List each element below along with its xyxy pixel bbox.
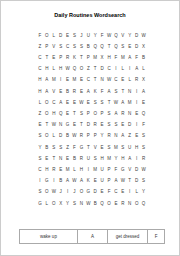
grid-cell: C xyxy=(85,74,92,85)
answer-word-wake-up: wake up xyxy=(20,230,77,243)
grid-cell: I xyxy=(133,119,140,130)
grid-cell: A xyxy=(140,85,147,96)
grid-cell: T xyxy=(92,63,99,74)
grid-cell: D xyxy=(85,119,92,130)
grid-cell: C xyxy=(64,41,71,52)
grid-cell: T xyxy=(92,74,99,85)
grid-cell: S xyxy=(71,197,78,208)
grid-cell: N xyxy=(57,119,64,130)
grid-cell: S xyxy=(106,108,113,119)
grid-cell: A xyxy=(64,175,71,186)
grid-cell: D xyxy=(133,30,140,41)
grid-cell: M xyxy=(50,74,57,85)
grid-cell: T xyxy=(85,141,92,152)
worksheet-title: Daily Routines Wordsearch xyxy=(1,12,179,18)
grid-cell: Q xyxy=(112,41,119,52)
grid-cell: L xyxy=(50,130,57,141)
grid-cell: Q xyxy=(99,197,106,208)
grid-cell: H xyxy=(133,141,140,152)
grid-cell: T xyxy=(43,52,50,63)
grid-cell: H xyxy=(78,164,85,175)
grid-cell: F xyxy=(112,52,119,63)
grid-cell: D xyxy=(92,186,99,197)
grid-cell: I xyxy=(126,63,133,74)
grid-cell: E xyxy=(64,97,71,108)
grid-cell: P xyxy=(85,130,92,141)
grid-cell: S xyxy=(92,153,99,164)
grid-cell: Z xyxy=(37,108,44,119)
grid-cell: Z xyxy=(64,141,71,152)
grid-cell: E xyxy=(112,197,119,208)
grid-cell: Z xyxy=(85,63,92,74)
grid-cell: W xyxy=(71,175,78,186)
grid-cell: L xyxy=(43,197,50,208)
grid-cell: R xyxy=(106,130,113,141)
grid-cell: S xyxy=(57,141,64,152)
grid-cell: M xyxy=(126,97,133,108)
grid-cell: H xyxy=(99,153,106,164)
grid-cell: E xyxy=(64,74,71,85)
grid-cell: W xyxy=(106,74,113,85)
grid-cell: S xyxy=(119,41,126,52)
grid-cell: L xyxy=(71,164,78,175)
grid-cell: S xyxy=(78,41,85,52)
grid-cell: S xyxy=(92,97,99,108)
grid-cell: I xyxy=(50,175,57,186)
grid-cell: G xyxy=(43,175,50,186)
grid-cell: P xyxy=(92,130,99,141)
grid-cell: S xyxy=(106,141,113,152)
grid-cell: E xyxy=(71,97,78,108)
grid-cell: O xyxy=(43,186,50,197)
grid-cell: W xyxy=(50,186,57,197)
grid-cell: Q xyxy=(71,63,78,74)
grid-cell: R xyxy=(92,119,99,130)
grid-cell: N xyxy=(112,130,119,141)
grid-cell: D xyxy=(133,175,140,186)
grid-cell: I xyxy=(126,186,133,197)
grid-cell: T xyxy=(106,97,113,108)
grid-cell: F xyxy=(37,30,44,41)
grid-cell: T xyxy=(50,153,57,164)
grid-cell: W xyxy=(112,97,119,108)
grid-cell: E xyxy=(99,186,106,197)
grid-cell: A xyxy=(57,97,64,108)
grid-cell: B xyxy=(43,141,50,152)
grid-cell: Q xyxy=(92,41,99,52)
grid-cell: I xyxy=(133,97,140,108)
grid-cell: F xyxy=(112,164,119,175)
grid-cell: Y xyxy=(112,153,119,164)
grid-cell: A xyxy=(119,130,126,141)
grid-cell: I xyxy=(57,74,64,85)
grid-cell: E xyxy=(126,41,133,52)
worksheet-viewport: Daily Routines Wordsearch FOLDESJUYFWQVY… xyxy=(0,0,180,256)
grid-cell: M xyxy=(119,52,126,63)
grid-cell: U xyxy=(99,164,106,175)
wordsearch-grid: FOLDESJUYFWQVYDWZPVSCSSBQQTQSEDXCTEPRKTP… xyxy=(37,30,148,210)
grid-cell: R xyxy=(71,85,78,96)
grid-cell: E xyxy=(140,97,147,108)
grid-cell: S xyxy=(106,119,113,130)
grid-cell: D xyxy=(99,63,106,74)
grid-cell: E xyxy=(50,52,57,63)
grid-cell: N xyxy=(126,197,133,208)
grid-cell: Y xyxy=(92,30,99,41)
grid-cell: T xyxy=(78,52,85,63)
grid-cell: S xyxy=(99,97,106,108)
grid-cell: E xyxy=(64,30,71,41)
grid-cell: O xyxy=(106,197,113,208)
grid-cell: E xyxy=(133,108,140,119)
grid-cell: B xyxy=(64,85,71,96)
grid-cell: L xyxy=(37,97,44,108)
grid-cell: R xyxy=(119,108,126,119)
worksheet-page: Daily Routines Wordsearch FOLDESJUYFWQVY… xyxy=(0,0,180,256)
grid-cell: Q xyxy=(57,108,64,119)
grid-cell: W xyxy=(71,130,78,141)
grid-cell: S xyxy=(112,85,119,96)
grid-cell: X xyxy=(57,197,64,208)
grid-cell: F xyxy=(99,30,106,41)
grid-cell: C xyxy=(112,186,119,197)
grid-cell: X xyxy=(140,74,147,85)
grid-cell: K xyxy=(85,175,92,186)
grid-cell: Q xyxy=(140,197,147,208)
grid-cell: D xyxy=(133,41,140,52)
grid-cell: C xyxy=(50,97,57,108)
grid-cell: S xyxy=(140,130,147,141)
grid-cell: U xyxy=(99,175,106,186)
grid-cell: W xyxy=(64,63,71,74)
grid-cell: O xyxy=(78,186,85,197)
grid-cell: X xyxy=(99,52,106,63)
grid-cell: S xyxy=(37,186,44,197)
grid-cell: B xyxy=(71,153,78,164)
grid-cell: E xyxy=(119,119,126,130)
grid-cell: F xyxy=(99,85,106,96)
grid-cell: R xyxy=(78,153,85,164)
grid-cell: E xyxy=(37,119,44,130)
grid-cell: E xyxy=(99,141,106,152)
grid-cell: I xyxy=(133,153,140,164)
grid-cell: I xyxy=(85,164,92,175)
grid-cell: N xyxy=(57,153,64,164)
grid-cell: S xyxy=(112,119,119,130)
grid-cell: E xyxy=(119,74,126,85)
grid-cell: F xyxy=(106,186,113,197)
grid-cell: A xyxy=(106,85,113,96)
grid-cell: O xyxy=(43,130,50,141)
grid-cell: A xyxy=(43,74,50,85)
grid-cell: L xyxy=(119,63,126,74)
grid-cell: H xyxy=(37,85,44,96)
grid-cell: D xyxy=(57,130,64,141)
grid-cell: M xyxy=(92,164,99,175)
grid-cell: W xyxy=(85,197,92,208)
grid-cell: I xyxy=(64,186,71,197)
grid-cell: R xyxy=(64,52,71,63)
grid-cell: L xyxy=(126,74,133,85)
grid-cell: F xyxy=(133,52,140,63)
grid-cell: W xyxy=(119,175,126,186)
grid-cell: E xyxy=(133,130,140,141)
grid-cell: F xyxy=(140,119,147,130)
grid-cell: C xyxy=(112,74,119,85)
grid-cell: M xyxy=(64,164,71,175)
grid-cell: H xyxy=(106,52,113,63)
grid-cell: T xyxy=(43,119,50,130)
grid-cell: E xyxy=(64,153,71,164)
grid-cell: P xyxy=(106,164,113,175)
grid-cell: A xyxy=(43,85,50,96)
answer-key-wake-up: A xyxy=(77,230,107,243)
grid-cell: O xyxy=(43,97,50,108)
grid-cell: C xyxy=(37,164,44,175)
grid-cell: J xyxy=(71,186,78,197)
grid-cell: I xyxy=(112,63,119,74)
grid-cell: M xyxy=(71,74,78,85)
grid-cell: O xyxy=(43,30,50,41)
grid-cell: W xyxy=(140,164,147,175)
grid-cell: O xyxy=(133,197,140,208)
grid-cell: R xyxy=(50,164,57,175)
grid-cell: S xyxy=(37,153,44,164)
grid-cell: L xyxy=(140,63,147,74)
grid-cell: V xyxy=(92,141,99,152)
grid-cell: G xyxy=(78,141,85,152)
grid-cell: Q xyxy=(99,41,106,52)
grid-cell: H xyxy=(57,63,64,74)
grid-cell: E xyxy=(43,153,50,164)
grid-cell: E xyxy=(64,108,71,119)
grid-cell: M xyxy=(92,52,99,63)
grid-cell: O xyxy=(43,108,50,119)
grid-cell: W xyxy=(50,119,57,130)
grid-cell: V xyxy=(119,30,126,41)
grid-cell: C xyxy=(37,52,44,63)
grid-cell: U xyxy=(85,153,92,164)
grid-cell: L xyxy=(133,186,140,197)
grid-cell: O xyxy=(92,108,99,119)
grid-cell: U xyxy=(85,30,92,41)
grid-cell: Y xyxy=(37,141,44,152)
grid-cell: A xyxy=(112,108,119,119)
grid-cell: A xyxy=(78,175,85,186)
grid-cell: Y xyxy=(99,130,106,141)
grid-cell: N xyxy=(126,108,133,119)
grid-cell: E xyxy=(119,186,126,197)
grid-cell: W xyxy=(140,30,147,41)
grid-cell: E xyxy=(57,164,64,175)
grid-cell: T xyxy=(119,85,126,96)
grid-cell: D xyxy=(126,119,133,130)
grid-cell: P xyxy=(85,108,92,119)
grid-cell: P xyxy=(57,52,64,63)
grid-cell: S xyxy=(71,41,78,52)
grid-cell: O xyxy=(50,197,57,208)
grid-cell: P xyxy=(85,52,92,63)
grid-cell: S xyxy=(50,141,57,152)
answer-key-table: wake up A get dressed F xyxy=(19,229,165,244)
grid-cell: R xyxy=(133,74,140,85)
grid-cell: E xyxy=(99,119,106,130)
grid-cell: R xyxy=(140,153,147,164)
grid-cell: I xyxy=(133,85,140,96)
grid-cell: S xyxy=(140,175,147,186)
grid-cell: F xyxy=(71,141,78,152)
grid-cell: J xyxy=(57,186,64,197)
grid-cell: W xyxy=(106,30,113,41)
grid-cell: K xyxy=(92,85,99,96)
grid-cell: G xyxy=(119,164,126,175)
grid-cell: P xyxy=(106,175,113,186)
grid-cell: E xyxy=(92,175,99,186)
grid-cell: A xyxy=(133,63,140,74)
grid-cell: S xyxy=(140,141,147,152)
grid-cell: D xyxy=(57,30,64,41)
grid-cell: T xyxy=(71,108,78,119)
grid-cell: V xyxy=(126,164,133,175)
grid-cell: S xyxy=(119,141,126,152)
grid-cell: S xyxy=(71,30,78,41)
grid-cell: N xyxy=(99,74,106,85)
grid-cell: E xyxy=(71,119,78,130)
grid-cell: U xyxy=(126,141,133,152)
grid-cell: B xyxy=(85,41,92,52)
grid-cell: L xyxy=(50,63,57,74)
grid-cell: H xyxy=(43,164,50,175)
grid-cell: A xyxy=(126,153,133,164)
grid-cell: T xyxy=(126,175,133,186)
grid-cell: Q xyxy=(112,30,119,41)
answer-word-get-dressed: get dressed xyxy=(107,230,147,243)
grid-cell: G xyxy=(64,119,71,130)
grid-cell: M xyxy=(112,141,119,152)
grid-cell: S xyxy=(37,130,44,141)
grid-cell: W xyxy=(78,97,85,108)
grid-cell: P xyxy=(43,41,50,52)
grid-cell: Y xyxy=(64,197,71,208)
answer-key-get-dressed: F xyxy=(147,230,164,243)
grid-cell: E xyxy=(78,85,85,96)
grid-cell: B xyxy=(57,175,64,186)
grid-cell: K xyxy=(71,52,78,63)
grid-cell: E xyxy=(78,74,85,85)
grid-cell: T xyxy=(106,41,113,52)
grid-cell: Q xyxy=(140,108,147,119)
grid-cell: G xyxy=(85,186,92,197)
grid-cell: C xyxy=(37,63,44,74)
grid-cell: H xyxy=(43,63,50,74)
grid-cell: H xyxy=(119,153,126,164)
grid-cell: S xyxy=(57,41,64,52)
grid-cell: V xyxy=(50,41,57,52)
grid-cell: T xyxy=(78,119,85,130)
grid-cell: M xyxy=(106,153,113,164)
grid-cell: A xyxy=(85,85,92,96)
grid-cell: I xyxy=(37,175,44,186)
grid-cell: D xyxy=(133,164,140,175)
grid-cell: X xyxy=(140,41,147,52)
grid-cell: H xyxy=(37,74,44,85)
grid-cell: J xyxy=(78,30,85,41)
grid-cell: A xyxy=(112,175,119,186)
grid-cell: A xyxy=(119,97,126,108)
grid-cell: O xyxy=(78,63,85,74)
grid-cell: Z xyxy=(126,130,133,141)
grid-cell: N xyxy=(126,85,133,96)
grid-cell: S xyxy=(78,108,85,119)
grid-cell: L xyxy=(50,30,57,41)
grid-cell: E xyxy=(85,97,92,108)
grid-cell: A xyxy=(126,52,133,63)
grid-cell: E xyxy=(57,85,64,96)
grid-cell: G xyxy=(37,197,44,208)
grid-cell: Y xyxy=(140,186,147,197)
grid-cell: H xyxy=(50,108,57,119)
grid-cell: Y xyxy=(126,30,133,41)
grid-cell: P xyxy=(99,108,106,119)
grid-cell: B xyxy=(92,197,99,208)
grid-cell: V xyxy=(50,85,57,96)
grid-cell: B xyxy=(64,130,71,141)
grid-cell: C xyxy=(106,63,113,74)
grid-cell: B xyxy=(140,52,147,63)
grid-cell: R xyxy=(78,130,85,141)
grid-cell: Z xyxy=(37,41,44,52)
grid-cell: N xyxy=(78,197,85,208)
grid-cell: R xyxy=(119,197,126,208)
